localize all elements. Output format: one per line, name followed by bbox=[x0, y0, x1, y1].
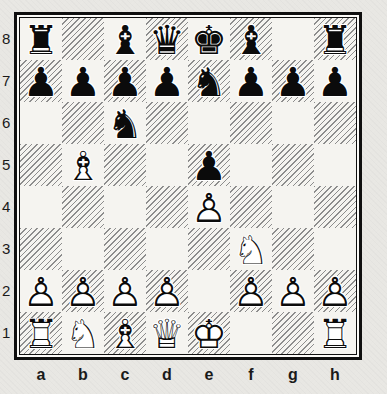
square-a5 bbox=[20, 144, 62, 186]
square-g5 bbox=[272, 144, 314, 186]
white-bishop: ♝♗ bbox=[104, 312, 146, 354]
rank-label-8: 8 bbox=[2, 18, 14, 60]
square-c8: ♝ bbox=[104, 18, 146, 60]
black-pawn: ♟ bbox=[272, 60, 314, 102]
white-pawn: ♟♙ bbox=[146, 270, 188, 312]
square-d3 bbox=[146, 228, 188, 270]
square-f2: ♟♙ bbox=[230, 270, 272, 312]
white-pawn: ♟♙ bbox=[314, 270, 356, 312]
black-rook: ♜ bbox=[20, 18, 62, 60]
square-e3 bbox=[188, 228, 230, 270]
square-a6 bbox=[20, 102, 62, 144]
white-pawn: ♟♙ bbox=[230, 270, 272, 312]
black-pawn: ♟ bbox=[20, 60, 62, 102]
rank-label-1: 1 bbox=[2, 312, 14, 354]
square-g2: ♟♙ bbox=[272, 270, 314, 312]
square-e2 bbox=[188, 270, 230, 312]
black-knight: ♞ bbox=[104, 102, 146, 144]
white-rook: ♜♖ bbox=[314, 312, 356, 354]
square-h6 bbox=[314, 102, 356, 144]
square-h1: ♜♖ bbox=[314, 312, 356, 354]
file-label-f: f bbox=[230, 361, 272, 389]
square-h8: ♜ bbox=[314, 18, 356, 60]
black-pawn: ♟ bbox=[188, 144, 230, 186]
square-c3 bbox=[104, 228, 146, 270]
square-c6: ♞ bbox=[104, 102, 146, 144]
black-bishop: ♝ bbox=[230, 18, 272, 60]
file-label-e: e bbox=[188, 361, 230, 389]
white-knight: ♞♘ bbox=[62, 312, 104, 354]
square-d8: ♛ bbox=[146, 18, 188, 60]
square-c4 bbox=[104, 186, 146, 228]
white-pawn: ♟♙ bbox=[104, 270, 146, 312]
white-pawn: ♟♙ bbox=[272, 270, 314, 312]
square-h3 bbox=[314, 228, 356, 270]
rank-label-5: 5 bbox=[2, 144, 14, 186]
square-c1: ♝♗ bbox=[104, 312, 146, 354]
square-h4 bbox=[314, 186, 356, 228]
black-pawn: ♟ bbox=[314, 60, 356, 102]
square-b6 bbox=[62, 102, 104, 144]
rank-label-3: 3 bbox=[2, 228, 14, 270]
square-h7: ♟ bbox=[314, 60, 356, 102]
black-pawn: ♟ bbox=[230, 60, 272, 102]
square-f4 bbox=[230, 186, 272, 228]
square-a3 bbox=[20, 228, 62, 270]
square-f7: ♟ bbox=[230, 60, 272, 102]
square-g3 bbox=[272, 228, 314, 270]
square-d7: ♟ bbox=[146, 60, 188, 102]
square-b7: ♟ bbox=[62, 60, 104, 102]
square-h2: ♟♙ bbox=[314, 270, 356, 312]
square-b1: ♞♘ bbox=[62, 312, 104, 354]
square-a4 bbox=[20, 186, 62, 228]
file-label-c: c bbox=[104, 361, 146, 389]
square-f3: ♞♘ bbox=[230, 228, 272, 270]
square-e5: ♟ bbox=[188, 144, 230, 186]
white-knight: ♞♘ bbox=[230, 228, 272, 270]
black-knight: ♞ bbox=[188, 60, 230, 102]
square-e1: ♚♔ bbox=[188, 312, 230, 354]
black-pawn: ♟ bbox=[62, 60, 104, 102]
square-d5 bbox=[146, 144, 188, 186]
square-d6 bbox=[146, 102, 188, 144]
square-g6 bbox=[272, 102, 314, 144]
file-labels: abcdefgh bbox=[20, 361, 356, 389]
square-b4 bbox=[62, 186, 104, 228]
square-f1 bbox=[230, 312, 272, 354]
square-f6 bbox=[230, 102, 272, 144]
square-e8: ♚ bbox=[188, 18, 230, 60]
square-c7: ♟ bbox=[104, 60, 146, 102]
black-queen: ♛ bbox=[146, 18, 188, 60]
white-king: ♚♔ bbox=[188, 312, 230, 354]
square-g4 bbox=[272, 186, 314, 228]
square-g7: ♟ bbox=[272, 60, 314, 102]
white-pawn: ♟♙ bbox=[188, 186, 230, 228]
black-king: ♚ bbox=[188, 18, 230, 60]
square-h5 bbox=[314, 144, 356, 186]
white-bishop: ♝♗ bbox=[62, 144, 104, 186]
square-a8: ♜ bbox=[20, 18, 62, 60]
square-f8: ♝ bbox=[230, 18, 272, 60]
black-pawn: ♟ bbox=[104, 60, 146, 102]
square-e6 bbox=[188, 102, 230, 144]
file-label-d: d bbox=[146, 361, 188, 389]
square-a7: ♟ bbox=[20, 60, 62, 102]
black-bishop: ♝ bbox=[104, 18, 146, 60]
square-e4: ♟♙ bbox=[188, 186, 230, 228]
square-f5 bbox=[230, 144, 272, 186]
white-queen: ♛♕ bbox=[146, 312, 188, 354]
board-squares: ♜♝♛♚♝♜♟♟♟♟♞♟♟♟♞♝♗♟♟♙♞♘♟♙♟♙♟♙♟♙♟♙♟♙♟♙♜♖♞♘… bbox=[19, 17, 357, 355]
rank-label-2: 2 bbox=[2, 270, 14, 312]
square-d4 bbox=[146, 186, 188, 228]
white-pawn: ♟♙ bbox=[20, 270, 62, 312]
rank-label-7: 7 bbox=[2, 60, 14, 102]
file-label-a: a bbox=[20, 361, 62, 389]
square-d2: ♟♙ bbox=[146, 270, 188, 312]
rank-label-4: 4 bbox=[2, 186, 14, 228]
file-label-h: h bbox=[314, 361, 356, 389]
square-c2: ♟♙ bbox=[104, 270, 146, 312]
square-a2: ♟♙ bbox=[20, 270, 62, 312]
square-b5: ♝♗ bbox=[62, 144, 104, 186]
black-rook: ♜ bbox=[314, 18, 356, 60]
square-b2: ♟♙ bbox=[62, 270, 104, 312]
square-b8 bbox=[62, 18, 104, 60]
chess-board: ♜♝♛♚♝♜♟♟♟♟♞♟♟♟♞♝♗♟♟♙♞♘♟♙♟♙♟♙♟♙♟♙♟♙♟♙♜♖♞♘… bbox=[14, 12, 362, 360]
square-g1 bbox=[272, 312, 314, 354]
black-pawn: ♟ bbox=[146, 60, 188, 102]
square-g8 bbox=[272, 18, 314, 60]
rank-labels: 87654321 bbox=[2, 18, 14, 354]
white-rook: ♜♖ bbox=[20, 312, 62, 354]
square-d1: ♛♕ bbox=[146, 312, 188, 354]
square-e7: ♞ bbox=[188, 60, 230, 102]
rank-label-6: 6 bbox=[2, 102, 14, 144]
square-c5 bbox=[104, 144, 146, 186]
white-pawn: ♟♙ bbox=[62, 270, 104, 312]
square-a1: ♜♖ bbox=[20, 312, 62, 354]
file-label-b: b bbox=[62, 361, 104, 389]
file-label-g: g bbox=[272, 361, 314, 389]
square-b3 bbox=[62, 228, 104, 270]
